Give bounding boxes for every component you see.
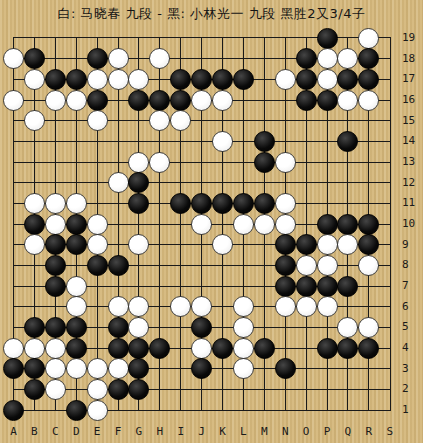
- white-stone-N17[interactable]: [275, 69, 296, 90]
- black-stone-M13[interactable]: [254, 152, 275, 173]
- row-label-2: 2: [402, 382, 409, 395]
- column-label-M: M: [256, 425, 272, 438]
- black-stone-N8[interactable]: [275, 255, 296, 276]
- column-label-R: R: [361, 425, 377, 438]
- black-stone-C17[interactable]: [45, 69, 66, 90]
- column-label-H: H: [152, 425, 168, 438]
- black-stone-M14[interactable]: [254, 131, 275, 152]
- black-stone-P16[interactable]: [317, 90, 338, 111]
- black-stone-I17[interactable]: [170, 69, 191, 90]
- black-stone-C5[interactable]: [45, 317, 66, 338]
- black-stone-G16[interactable]: [128, 90, 149, 111]
- white-stone-D6[interactable]: [66, 296, 87, 317]
- black-stone-R4[interactable]: [358, 338, 379, 359]
- column-label-E: E: [89, 425, 105, 438]
- white-stone-G13[interactable]: [128, 152, 149, 173]
- black-stone-A1[interactable]: [3, 400, 24, 421]
- black-stone-F4[interactable]: [108, 338, 129, 359]
- black-stone-N7[interactable]: [275, 276, 296, 297]
- white-stone-F12[interactable]: [108, 172, 129, 193]
- white-stone-K16[interactable]: [212, 90, 233, 111]
- white-stone-E10[interactable]: [87, 214, 108, 235]
- black-stone-H16[interactable]: [149, 90, 170, 111]
- white-stone-A4[interactable]: [3, 338, 24, 359]
- white-stone-N6[interactable]: [275, 296, 296, 317]
- black-stone-D10[interactable]: [66, 214, 87, 235]
- white-stone-N10[interactable]: [275, 214, 296, 235]
- white-stone-B11[interactable]: [24, 193, 45, 214]
- column-label-N: N: [277, 425, 293, 438]
- row-label-4: 4: [402, 341, 409, 354]
- white-stone-P6[interactable]: [317, 296, 338, 317]
- white-stone-L4[interactable]: [233, 338, 254, 359]
- white-stone-L6[interactable]: [233, 296, 254, 317]
- black-stone-L17[interactable]: [233, 69, 254, 90]
- black-stone-E8[interactable]: [87, 255, 108, 276]
- white-stone-L3[interactable]: [233, 358, 254, 379]
- white-stone-R5[interactable]: [358, 317, 379, 338]
- black-stone-M4[interactable]: [254, 338, 275, 359]
- white-stone-D3[interactable]: [66, 358, 87, 379]
- black-stone-C7[interactable]: [45, 276, 66, 297]
- white-stone-R8[interactable]: [358, 255, 379, 276]
- column-label-O: O: [298, 425, 314, 438]
- row-label-16: 16: [402, 93, 415, 106]
- black-stone-P10[interactable]: [317, 214, 338, 235]
- white-stone-J10[interactable]: [191, 214, 212, 235]
- white-stone-P8[interactable]: [317, 255, 338, 276]
- black-stone-Q4[interactable]: [337, 338, 358, 359]
- black-stone-K17[interactable]: [212, 69, 233, 90]
- grid-line-horizontal: [14, 389, 390, 390]
- black-stone-B2[interactable]: [24, 379, 45, 400]
- row-label-12: 12: [402, 176, 415, 189]
- black-stone-L11[interactable]: [233, 193, 254, 214]
- white-stone-E2[interactable]: [87, 379, 108, 400]
- black-stone-B10[interactable]: [24, 214, 45, 235]
- row-label-6: 6: [402, 300, 409, 313]
- white-stone-B15[interactable]: [24, 110, 45, 131]
- white-stone-C10[interactable]: [45, 214, 66, 235]
- black-stone-K11[interactable]: [212, 193, 233, 214]
- white-stone-F3[interactable]: [108, 358, 129, 379]
- white-stone-H13[interactable]: [149, 152, 170, 173]
- column-label-K: K: [215, 425, 231, 438]
- white-stone-D16[interactable]: [66, 90, 87, 111]
- black-stone-P19[interactable]: [317, 28, 338, 49]
- black-stone-R17[interactable]: [358, 69, 379, 90]
- row-label-5: 5: [402, 320, 409, 333]
- white-stone-J16[interactable]: [191, 90, 212, 111]
- white-stone-R19[interactable]: [358, 28, 379, 49]
- white-stone-O8[interactable]: [296, 255, 317, 276]
- black-stone-B5[interactable]: [24, 317, 45, 338]
- white-stone-D11[interactable]: [66, 193, 87, 214]
- black-stone-J17[interactable]: [191, 69, 212, 90]
- row-label-11: 11: [402, 196, 415, 209]
- black-stone-Q7[interactable]: [337, 276, 358, 297]
- column-label-L: L: [235, 425, 251, 438]
- black-stone-D1[interactable]: [66, 400, 87, 421]
- white-stone-E15[interactable]: [87, 110, 108, 131]
- row-label-10: 10: [402, 217, 415, 230]
- white-stone-E9[interactable]: [87, 234, 108, 255]
- row-label-3: 3: [402, 362, 409, 375]
- column-label-C: C: [47, 425, 63, 438]
- white-stone-L10[interactable]: [233, 214, 254, 235]
- row-label-8: 8: [402, 258, 409, 271]
- white-stone-K14[interactable]: [212, 131, 233, 152]
- white-stone-C4[interactable]: [45, 338, 66, 359]
- black-stone-I16[interactable]: [170, 90, 191, 111]
- black-stone-F5[interactable]: [108, 317, 129, 338]
- row-label-15: 15: [402, 114, 415, 127]
- game-title: 白: 马晓春 九段 - 黑: 小林光一 九段 黑胜2又3/4子: [0, 5, 423, 23]
- white-stone-P9[interactable]: [317, 234, 338, 255]
- white-stone-N11[interactable]: [275, 193, 296, 214]
- black-stone-E16[interactable]: [87, 90, 108, 111]
- white-stone-C16[interactable]: [45, 90, 66, 111]
- black-stone-O9[interactable]: [296, 234, 317, 255]
- black-stone-D5[interactable]: [66, 317, 87, 338]
- black-stone-O16[interactable]: [296, 90, 317, 111]
- row-label-7: 7: [402, 279, 409, 292]
- white-stone-E3[interactable]: [87, 358, 108, 379]
- white-stone-N13[interactable]: [275, 152, 296, 173]
- white-stone-R16[interactable]: [358, 90, 379, 111]
- column-label-D: D: [68, 425, 84, 438]
- white-stone-C11[interactable]: [45, 193, 66, 214]
- row-label-17: 17: [402, 72, 415, 85]
- column-label-P: P: [319, 425, 335, 438]
- white-stone-F6[interactable]: [108, 296, 129, 317]
- white-stone-M10[interactable]: [254, 214, 275, 235]
- black-stone-N9[interactable]: [275, 234, 296, 255]
- go-app-window: 白: 马晓春 九段 - 黑: 小林光一 九段 黑胜2又3/4子 ABCDEFGH…: [0, 0, 423, 443]
- column-label-I: I: [173, 425, 189, 438]
- white-stone-E17[interactable]: [87, 69, 108, 90]
- row-label-14: 14: [402, 134, 415, 147]
- black-stone-O18[interactable]: [296, 48, 317, 69]
- white-stone-P18[interactable]: [317, 48, 338, 69]
- column-label-Q: Q: [340, 425, 356, 438]
- white-stone-E1[interactable]: [87, 400, 108, 421]
- white-stone-P17[interactable]: [317, 69, 338, 90]
- white-stone-B4[interactable]: [24, 338, 45, 359]
- column-label-A: A: [6, 425, 22, 438]
- black-stone-D17[interactable]: [66, 69, 87, 90]
- black-stone-E18[interactable]: [87, 48, 108, 69]
- row-label-1: 1: [402, 403, 409, 416]
- black-stone-N3[interactable]: [275, 358, 296, 379]
- black-stone-O7[interactable]: [296, 276, 317, 297]
- column-label-F: F: [110, 425, 126, 438]
- white-stone-B17[interactable]: [24, 69, 45, 90]
- black-stone-D4[interactable]: [66, 338, 87, 359]
- black-stone-O17[interactable]: [296, 69, 317, 90]
- white-stone-C2[interactable]: [45, 379, 66, 400]
- black-stone-P4[interactable]: [317, 338, 338, 359]
- column-label-G: G: [131, 425, 147, 438]
- white-stone-D7[interactable]: [66, 276, 87, 297]
- white-stone-A16[interactable]: [3, 90, 24, 111]
- black-stone-F2[interactable]: [108, 379, 129, 400]
- white-stone-Q16[interactable]: [337, 90, 358, 111]
- white-stone-L5[interactable]: [233, 317, 254, 338]
- black-stone-M11[interactable]: [254, 193, 275, 214]
- column-label-S: S: [382, 425, 398, 438]
- white-stone-F17[interactable]: [108, 69, 129, 90]
- white-stone-O6[interactable]: [296, 296, 317, 317]
- black-stone-C9[interactable]: [45, 234, 66, 255]
- column-label-B: B: [26, 425, 42, 438]
- column-label-J: J: [194, 425, 210, 438]
- row-label-19: 19: [402, 31, 415, 44]
- black-stone-C8[interactable]: [45, 255, 66, 276]
- black-stone-H4[interactable]: [149, 338, 170, 359]
- black-stone-K4[interactable]: [212, 338, 233, 359]
- black-stone-D9[interactable]: [66, 234, 87, 255]
- row-label-9: 9: [402, 238, 409, 251]
- row-label-18: 18: [402, 52, 415, 65]
- black-stone-B3[interactable]: [24, 358, 45, 379]
- black-stone-I11[interactable]: [170, 193, 191, 214]
- black-stone-F8[interactable]: [108, 255, 129, 276]
- row-label-13: 13: [402, 155, 415, 168]
- black-stone-B18[interactable]: [24, 48, 45, 69]
- white-stone-J4[interactable]: [191, 338, 212, 359]
- white-stone-F18[interactable]: [108, 48, 129, 69]
- black-stone-J5[interactable]: [191, 317, 212, 338]
- white-stone-B9[interactable]: [24, 234, 45, 255]
- black-stone-G4[interactable]: [128, 338, 149, 359]
- black-stone-P7[interactable]: [317, 276, 338, 297]
- black-stone-R10[interactable]: [358, 214, 379, 235]
- white-stone-C3[interactable]: [45, 358, 66, 379]
- black-stone-J11[interactable]: [191, 193, 212, 214]
- black-stone-Q10[interactable]: [337, 214, 358, 235]
